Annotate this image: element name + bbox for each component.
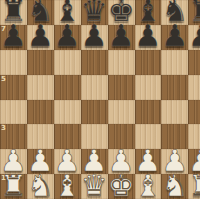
square-b7[interactable]: ♟ xyxy=(27,25,54,50)
rank-label-3: 3 xyxy=(1,124,6,132)
piece-black-pawn[interactable]: ♟ xyxy=(135,24,162,48)
square-a4[interactable] xyxy=(0,100,27,125)
square-c5[interactable] xyxy=(54,75,81,100)
chess-board: ♜♞♝♛♚♝♞♜7♟♟♟♟♟♟♟♟53♟♟♟♟♟♟♟♟1♜♞♝♛♚♝♞♜ xyxy=(0,0,200,199)
square-b1[interactable]: ♞ xyxy=(27,174,54,199)
square-g5[interactable] xyxy=(161,75,188,100)
square-f4[interactable] xyxy=(135,100,162,125)
square-f5[interactable] xyxy=(135,75,162,100)
square-e7[interactable]: ♟ xyxy=(108,25,135,50)
square-d6[interactable] xyxy=(81,50,108,75)
piece-white-king[interactable]: ♚ xyxy=(108,174,135,198)
piece-white-bishop[interactable]: ♝ xyxy=(54,174,81,198)
square-g7[interactable]: ♟ xyxy=(161,25,188,50)
square-g4[interactable] xyxy=(161,100,188,125)
square-c4[interactable] xyxy=(54,100,81,125)
piece-black-pawn[interactable]: ♟ xyxy=(81,24,108,48)
square-h5[interactable] xyxy=(188,75,200,100)
square-d5[interactable] xyxy=(81,75,108,100)
piece-black-pawn[interactable]: ♟ xyxy=(54,24,81,48)
square-b4[interactable] xyxy=(27,100,54,125)
square-e6[interactable] xyxy=(108,50,135,75)
square-f1[interactable]: ♝ xyxy=(135,174,162,199)
square-a6[interactable] xyxy=(0,50,27,75)
square-c1[interactable]: ♝ xyxy=(54,174,81,199)
square-c7[interactable]: ♟ xyxy=(54,25,81,50)
square-h4[interactable] xyxy=(188,100,200,125)
square-f6[interactable] xyxy=(135,50,162,75)
square-f7[interactable]: ♟ xyxy=(135,25,162,50)
rank-label-5: 5 xyxy=(1,75,6,83)
square-d1[interactable]: ♛ xyxy=(81,174,108,199)
square-h6[interactable] xyxy=(188,50,200,75)
piece-black-pawn[interactable]: ♟ xyxy=(188,24,200,48)
piece-black-pawn[interactable]: ♟ xyxy=(108,24,135,48)
square-d4[interactable] xyxy=(81,100,108,125)
square-a5[interactable]: 5 xyxy=(0,75,27,100)
square-e5[interactable] xyxy=(108,75,135,100)
square-a1[interactable]: 1♜ xyxy=(0,174,27,199)
piece-black-pawn[interactable]: ♟ xyxy=(27,24,54,48)
piece-white-knight[interactable]: ♞ xyxy=(161,174,188,198)
piece-black-pawn[interactable]: ♟ xyxy=(161,24,188,48)
square-e4[interactable] xyxy=(108,100,135,125)
piece-black-pawn[interactable]: ♟ xyxy=(0,24,27,48)
square-e1[interactable]: ♚ xyxy=(108,174,135,199)
piece-white-knight[interactable]: ♞ xyxy=(27,174,54,198)
square-c6[interactable] xyxy=(54,50,81,75)
square-h7[interactable]: ♟ xyxy=(188,25,200,50)
piece-white-bishop[interactable]: ♝ xyxy=(135,174,162,198)
square-g6[interactable] xyxy=(161,50,188,75)
square-g1[interactable]: ♞ xyxy=(161,174,188,199)
square-a7[interactable]: 7♟ xyxy=(0,25,27,50)
square-b6[interactable] xyxy=(27,50,54,75)
square-h1[interactable]: ♜ xyxy=(188,174,200,199)
piece-white-rook[interactable]: ♜ xyxy=(0,174,27,198)
square-d7[interactable]: ♟ xyxy=(81,25,108,50)
square-b5[interactable] xyxy=(27,75,54,100)
piece-white-queen[interactable]: ♛ xyxy=(81,174,108,198)
piece-white-rook[interactable]: ♜ xyxy=(188,174,200,198)
